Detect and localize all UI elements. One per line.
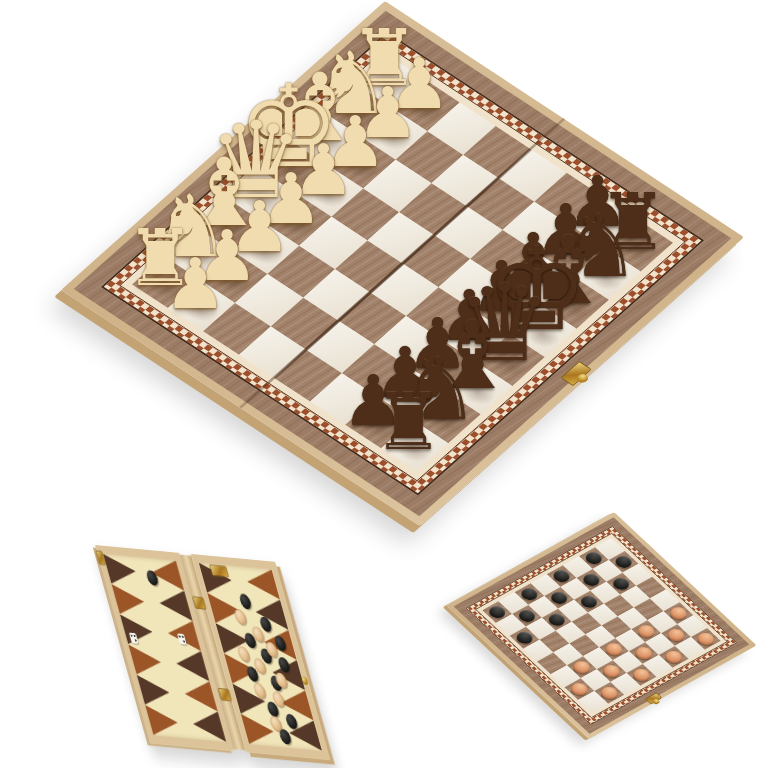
brass-nameplate: [209, 564, 229, 577]
chess-piece-white-p: ♟: [164, 254, 227, 317]
chess-board: ♜♞♝♛♚♝♞♜♟♟♟♟♟♟♟♟♟♟♟♟♟♟♟♟♜♞♝♛♚♝♞♜: [61, 1, 744, 526]
checkers-board: [447, 512, 757, 739]
backgammon-open-box: [95, 545, 330, 760]
product-photo-page: ♜♞♝♛♚♝♞♜♟♟♟♟♟♟♟♟♟♟♟♟♟♟♟♟♜♞♝♛♚♝♞♜: [0, 0, 768, 768]
chess-piece-black-r: ♜: [374, 387, 444, 457]
